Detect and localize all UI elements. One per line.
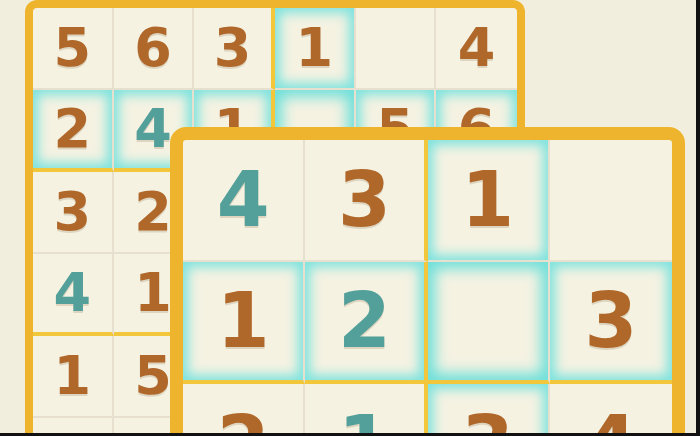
bg-cell-r1c4[interactable]: 1	[275, 8, 356, 90]
fg-cell-r3c1[interactable]: 2	[183, 384, 305, 436]
bg-cell-r1c1[interactable]: 5	[33, 8, 114, 90]
fg-cell-r3c3[interactable]: 3	[428, 384, 550, 436]
fg-cell-r3c2[interactable]: 1	[305, 384, 427, 436]
fg-cell-r1c3[interactable]: 1	[428, 140, 550, 262]
bg-cell-r1c2[interactable]: 6	[114, 8, 195, 90]
sudoku-game-screen: 5631424156324115 4311232134	[0, 0, 700, 436]
bg-cell-r1c3[interactable]: 3	[194, 8, 275, 90]
bg-cell-r1c5[interactable]	[356, 8, 437, 90]
letterbox-right	[696, 0, 700, 436]
grid-fg: 4311232134	[183, 140, 672, 436]
fg-cell-r1c4[interactable]	[550, 140, 672, 262]
fg-cell-r3c4[interactable]: 4	[550, 384, 672, 436]
fg-cell-r2c1[interactable]: 1	[183, 262, 305, 384]
bg-cell-r3c1[interactable]: 3	[33, 172, 114, 254]
board-4x4-foreground: 4311232134	[170, 127, 685, 436]
fg-cell-r2c4[interactable]: 3	[550, 262, 672, 384]
bg-cell-r4c1[interactable]: 4	[33, 254, 114, 336]
fg-cell-r2c3[interactable]	[428, 262, 550, 384]
fg-cell-r2c2[interactable]: 2	[305, 262, 427, 384]
fg-cell-r1c1[interactable]: 4	[183, 140, 305, 262]
fg-cell-r1c2[interactable]: 3	[305, 140, 427, 262]
bg-cell-r5c1[interactable]: 1	[33, 336, 114, 418]
bg-cell-r2c1[interactable]: 2	[33, 90, 114, 172]
bg-cell-r1c6[interactable]: 4	[436, 8, 517, 90]
